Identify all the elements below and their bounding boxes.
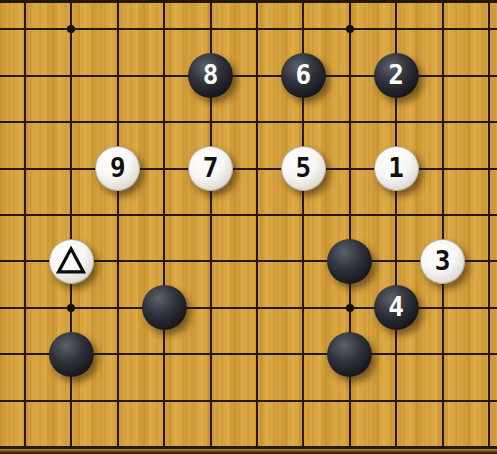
stone-move-number: 5 [296, 146, 312, 191]
go-stone-black-4[interactable]: 4 [374, 285, 419, 330]
go-stone-white-5[interactable]: 5 [281, 146, 326, 191]
go-stone-black-6[interactable]: 6 [281, 53, 326, 98]
go-board-screenshot: 862975134 [0, 0, 497, 454]
stone-move-number: 2 [388, 53, 404, 98]
star-point [67, 25, 75, 33]
stone-move-number: 8 [203, 53, 219, 98]
board-bottom-bevel [0, 449, 497, 454]
grid-line-vertical [117, 0, 119, 448]
triangle-mark-icon [55, 245, 87, 277]
grid-line-vertical [349, 0, 351, 448]
grid-line-vertical [442, 0, 444, 448]
grid-line-vertical [256, 0, 258, 448]
grid-line-horizontal [0, 214, 497, 216]
go-stone-black-8[interactable]: 8 [188, 53, 233, 98]
go-stone-white-7[interactable]: 7 [188, 146, 233, 191]
go-stone-white-3[interactable]: 3 [420, 239, 465, 284]
go-stone-white-triangle[interactable] [49, 239, 94, 284]
go-stone-black-2[interactable]: 2 [374, 53, 419, 98]
grid-line-vertical [488, 0, 490, 448]
go-stone-white-1[interactable]: 1 [374, 146, 419, 191]
star-point [67, 304, 75, 312]
go-board[interactable]: 862975134 [0, 0, 497, 454]
go-stone-black[interactable] [327, 332, 372, 377]
star-point [346, 304, 354, 312]
grid-line-vertical [24, 0, 26, 448]
go-stone-white-9[interactable]: 9 [95, 146, 140, 191]
go-stone-black[interactable] [327, 239, 372, 284]
stone-move-number: 3 [435, 239, 451, 284]
go-stone-black[interactable] [49, 332, 94, 377]
grid-line-vertical [163, 0, 165, 448]
stone-move-number: 1 [388, 146, 404, 191]
stone-move-number: 7 [203, 146, 219, 191]
grid-line-horizontal [0, 400, 497, 402]
grid-line-horizontal [0, 168, 497, 170]
grid-line-horizontal [0, 75, 497, 77]
stone-move-number: 9 [110, 146, 126, 191]
star-point [346, 25, 354, 33]
stone-move-number: 4 [388, 285, 404, 330]
go-stone-black[interactable] [142, 285, 187, 330]
stone-move-number: 6 [296, 53, 312, 98]
grid-line-vertical [70, 0, 72, 448]
board-top-edge [0, 0, 497, 3]
grid-line-horizontal [0, 121, 497, 123]
